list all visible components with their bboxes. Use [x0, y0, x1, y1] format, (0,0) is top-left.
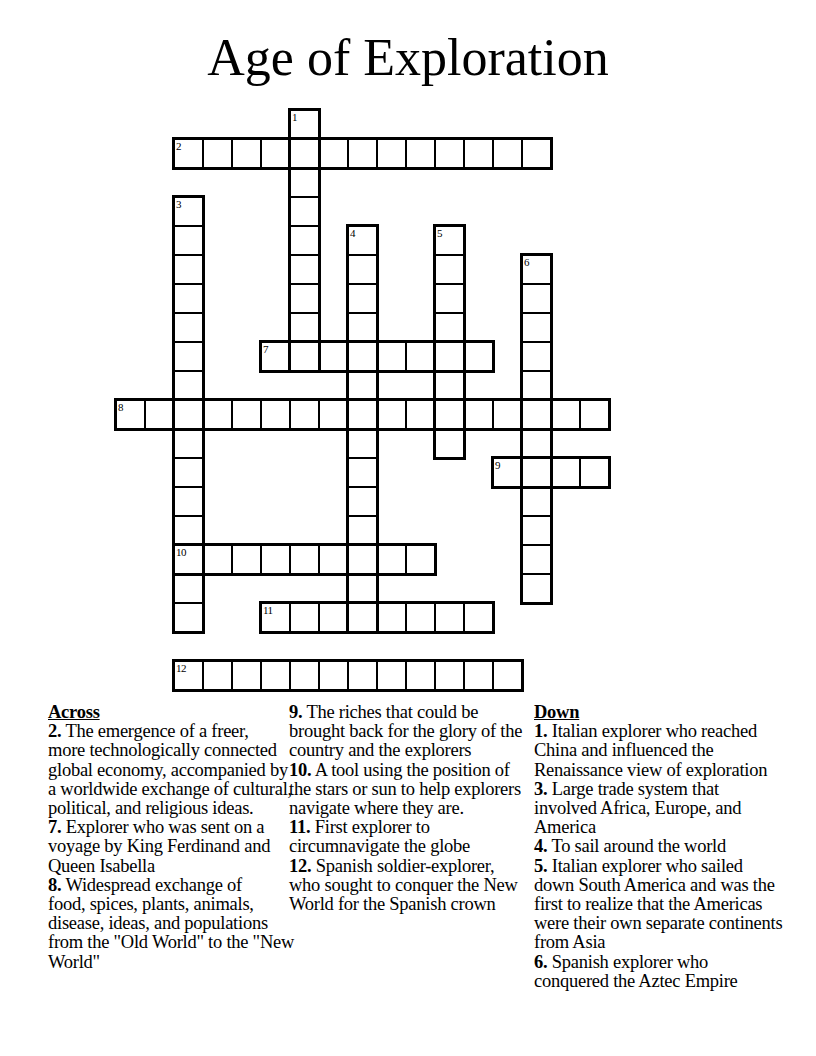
grid-cell[interactable]	[405, 544, 436, 575]
grid-cell[interactable]	[260, 660, 291, 691]
grid-cell[interactable]	[173, 254, 204, 285]
clue-number-label: 4.	[534, 836, 547, 856]
clue-5-line: down South America and was the	[534, 876, 796, 895]
grid-cell[interactable]	[289, 167, 320, 198]
clue-2-line: more technologically connected	[48, 741, 288, 760]
grid-cell[interactable]	[347, 399, 378, 430]
grid-cell[interactable]	[173, 457, 204, 488]
grid-cell[interactable]	[434, 138, 465, 169]
clue-7-line: Queen Isabella	[48, 857, 288, 876]
grid-cell[interactable]	[173, 602, 204, 633]
grid-cell[interactable]	[521, 283, 552, 314]
grid-cell[interactable]	[289, 196, 320, 227]
grid-cell[interactable]	[231, 544, 262, 575]
clue-number-label: 7.	[48, 817, 61, 837]
grid-cell[interactable]	[579, 399, 610, 430]
clue-1-line: Renaissance view of exploration	[534, 761, 796, 780]
grid-cell[interactable]	[521, 370, 552, 401]
grid-cell[interactable]	[434, 341, 465, 372]
clue-number-label: 1.	[534, 721, 547, 741]
grid-cell[interactable]	[434, 254, 465, 285]
grid-cell[interactable]	[173, 196, 204, 227]
grid-cell[interactable]	[173, 370, 204, 401]
clue-10-line: navigate where they are.	[289, 799, 527, 818]
grid-cell[interactable]	[376, 544, 407, 575]
grid-cell[interactable]	[347, 573, 378, 604]
grid-cell[interactable]	[463, 602, 494, 633]
grid-cell[interactable]	[347, 544, 378, 575]
grid-cell[interactable]	[434, 399, 465, 430]
clue-8-line: disease, ideas, and populations	[48, 914, 288, 933]
grid-cell[interactable]	[492, 399, 523, 430]
grid-cell[interactable]	[434, 312, 465, 343]
grid-cell[interactable]	[173, 341, 204, 372]
grid-cell[interactable]	[318, 660, 349, 691]
grid-cell[interactable]	[173, 660, 204, 691]
grid-cell[interactable]	[463, 399, 494, 430]
grid-cell[interactable]	[521, 428, 552, 459]
grid-cell[interactable]	[376, 399, 407, 430]
grid-cell[interactable]	[347, 138, 378, 169]
across-heading: Across	[48, 703, 288, 722]
grid-cell[interactable]	[434, 428, 465, 459]
clue-12-line: who sought to conquer the New	[289, 876, 527, 895]
clue-1-line: China and influenced the	[534, 741, 796, 760]
grid-cell[interactable]	[231, 138, 262, 169]
clue-2-line: political, and religious ideas.	[48, 799, 288, 818]
grid-cell[interactable]	[376, 138, 407, 169]
clue-number-label: 5.	[534, 856, 547, 876]
grid-cell[interactable]	[579, 457, 610, 488]
grid-cell[interactable]	[376, 660, 407, 691]
grid-cell[interactable]	[347, 312, 378, 343]
grid-cell[interactable]	[434, 225, 465, 256]
clue-9-line: country and the explorers	[289, 741, 527, 760]
clue-3-line: involved Africa, Europe, and	[534, 799, 796, 818]
clue-number-label: 9.	[289, 702, 302, 722]
grid-cell[interactable]	[173, 544, 204, 575]
grid-cell[interactable]	[347, 457, 378, 488]
grid-cell[interactable]	[463, 660, 494, 691]
grid-cell[interactable]	[173, 428, 204, 459]
clue-8-line: from the "Old World" to the "New	[48, 933, 288, 952]
grid-cell[interactable]	[318, 544, 349, 575]
clue-12-line: World for the Spanish crown	[289, 895, 527, 914]
grid-cell[interactable]	[492, 660, 523, 691]
grid-cell[interactable]	[521, 254, 552, 285]
clue-number-label: 2.	[48, 721, 61, 741]
grid-cell[interactable]	[144, 399, 175, 430]
grid-cell[interactable]	[202, 399, 233, 430]
down-clues-column: Down1. Italian explorer who reachedChina…	[534, 703, 796, 991]
clue-10-line: the stars or sun to help explorers	[289, 780, 527, 799]
grid-cell[interactable]	[260, 138, 291, 169]
clue-5-line: were their own separate continents	[534, 914, 796, 933]
grid-cell[interactable]	[318, 138, 349, 169]
grid-cell[interactable]	[202, 660, 233, 691]
clue-number-label: 6.	[534, 952, 547, 972]
clue-8-line: World"	[48, 953, 288, 972]
grid-cell[interactable]	[521, 138, 552, 169]
grid-cell[interactable]	[347, 428, 378, 459]
grid-cell[interactable]	[521, 399, 552, 430]
grid-cell[interactable]	[173, 399, 204, 430]
grid-cell[interactable]	[289, 399, 320, 430]
grid-cell[interactable]	[173, 486, 204, 517]
clue-12-line: 12. Spanish soldier-explorer,	[289, 857, 527, 876]
grid-cell[interactable]	[289, 312, 320, 343]
grid-cell[interactable]	[318, 341, 349, 372]
grid-cell[interactable]	[202, 138, 233, 169]
clue-10-line: 10. A tool using the position of	[289, 761, 527, 780]
clue-2-line: 2. The emergence of a freer,	[48, 722, 288, 741]
clue-8-line: 8. Widespread exchange of	[48, 876, 288, 895]
clue-3-line: 3. Large trade system that	[534, 780, 796, 799]
grid-cell[interactable]	[405, 660, 436, 691]
grid-cell[interactable]	[463, 138, 494, 169]
clue-9-line: brought back for the glory of the	[289, 722, 527, 741]
grid-cell[interactable]	[115, 399, 146, 430]
grid-cell[interactable]	[347, 486, 378, 517]
grid-cell[interactable]	[289, 602, 320, 633]
grid-cell[interactable]	[289, 254, 320, 285]
grid-cell[interactable]	[550, 399, 581, 430]
across-clues-column-continued: 9. The riches that could bebrought back …	[289, 703, 527, 914]
grid-cell[interactable]	[521, 312, 552, 343]
crossword-grid: 123456789101112	[116, 110, 610, 691]
grid-cell[interactable]	[318, 399, 349, 430]
clue-3-line: America	[534, 818, 796, 837]
grid-cell[interactable]	[492, 138, 523, 169]
grid-cell[interactable]	[347, 283, 378, 314]
clue-6-line: conquered the Aztec Empire	[534, 972, 796, 991]
grid-cell[interactable]	[289, 225, 320, 256]
grid-cell[interactable]	[405, 602, 436, 633]
grid-cell[interactable]	[550, 457, 581, 488]
clue-7-line: voyage by King Ferdinand and	[48, 837, 288, 856]
clue-5-line: 5. Italian explorer who sailed	[534, 857, 796, 876]
grid-cell[interactable]	[231, 660, 262, 691]
clue-9-line: 9. The riches that could be	[289, 703, 527, 722]
grid-cell[interactable]	[434, 370, 465, 401]
grid-cell[interactable]	[521, 486, 552, 517]
grid-cell[interactable]	[289, 109, 320, 140]
clue-5-line: from Asia	[534, 933, 796, 952]
clue-11-line: 11. First explorer to	[289, 818, 527, 837]
clue-5-line: first to realize that the Americas	[534, 895, 796, 914]
grid-cell[interactable]	[318, 602, 349, 633]
clue-11-line: circumnavigate the globe	[289, 837, 527, 856]
clue-6-line: 6. Spanish explorer who	[534, 953, 796, 972]
grid-cell[interactable]	[173, 312, 204, 343]
clue-2-line: global economy, accompanied by	[48, 761, 288, 780]
grid-cell[interactable]	[347, 341, 378, 372]
grid-cell[interactable]	[434, 283, 465, 314]
clue-number-label: 3.	[534, 779, 547, 799]
across-clues-column: Across2. The emergence of a freer,more t…	[48, 703, 288, 972]
down-heading: Down	[534, 703, 796, 722]
grid-cell[interactable]	[521, 341, 552, 372]
clue-number-label: 12.	[289, 856, 311, 876]
grid-cell[interactable]	[521, 515, 552, 546]
clue-2-line: a worldwide exchange of cultural,	[48, 780, 288, 799]
clue-1-line: 1. Italian explorer who reached	[534, 722, 796, 741]
grid-cell[interactable]	[260, 602, 291, 633]
grid-cell[interactable]	[521, 573, 552, 604]
grid-cell[interactable]	[347, 370, 378, 401]
grid-cell[interactable]	[405, 341, 436, 372]
grid-cell[interactable]	[463, 341, 494, 372]
grid-cell[interactable]	[347, 602, 378, 633]
grid-cell[interactable]	[289, 544, 320, 575]
clue-7-line: 7. Explorer who was sent on a	[48, 818, 288, 837]
clue-8-line: food, spices, plants, animals,	[48, 895, 288, 914]
grid-cell[interactable]	[260, 341, 291, 372]
grid-cell[interactable]	[173, 138, 204, 169]
grid-cell[interactable]	[173, 225, 204, 256]
grid-cell[interactable]	[289, 660, 320, 691]
grid-cell[interactable]	[347, 254, 378, 285]
grid-cell[interactable]	[173, 283, 204, 314]
clue-number-label: 10.	[289, 760, 311, 780]
grid-cell[interactable]	[260, 399, 291, 430]
grid-cell[interactable]	[434, 602, 465, 633]
clue-number-label: 8.	[48, 875, 61, 895]
grid-cell[interactable]	[405, 138, 436, 169]
page-title: Age of Exploration	[0, 27, 816, 89]
grid-cell[interactable]	[347, 225, 378, 256]
grid-cell[interactable]	[289, 341, 320, 372]
grid-cell[interactable]	[231, 399, 262, 430]
grid-cell[interactable]	[289, 138, 320, 169]
grid-cell[interactable]	[347, 660, 378, 691]
grid-cell[interactable]	[521, 457, 552, 488]
grid-cell[interactable]	[260, 544, 291, 575]
clue-4-line: 4. To sail around the world	[534, 837, 796, 856]
grid-cell[interactable]	[173, 515, 204, 546]
grid-cell[interactable]	[492, 457, 523, 488]
grid-cell[interactable]	[347, 515, 378, 546]
grid-cell[interactable]	[202, 544, 233, 575]
grid-cell[interactable]	[289, 283, 320, 314]
clue-number-label: 11.	[289, 817, 310, 837]
grid-cell[interactable]	[521, 544, 552, 575]
grid-cell[interactable]	[376, 602, 407, 633]
grid-cell[interactable]	[376, 341, 407, 372]
grid-cell[interactable]	[405, 399, 436, 430]
grid-cell[interactable]	[434, 660, 465, 691]
grid-cell[interactable]	[173, 573, 204, 604]
